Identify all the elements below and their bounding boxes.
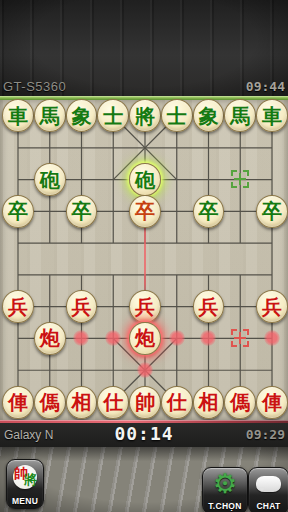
piece-c[interactable]: 砲 (34, 163, 66, 196)
piece-R[interactable]: 俥 (2, 386, 34, 419)
black-player-clock: 09:44 (246, 79, 285, 94)
xiangqi-app-screen: GT-S5360 09:44 車馬象士將士象馬車砲砲卒卒卒卒卒兵兵兵兵兵炮炮俥傌… (0, 0, 288, 512)
legal-move-dot[interactable] (264, 330, 280, 346)
piece-P[interactable]: 兵 (66, 290, 98, 323)
options-button-label: T.CHỌN (203, 501, 247, 511)
board-point[interactable] (224, 195, 256, 227)
board-point[interactable] (97, 132, 129, 164)
board-point[interactable] (161, 132, 193, 164)
board-point[interactable] (129, 227, 161, 259)
board-point[interactable] (2, 323, 34, 355)
board-point[interactable] (256, 259, 288, 291)
board-point[interactable]: 砲 (129, 164, 161, 196)
piece-r[interactable]: 車 (2, 99, 34, 132)
board-point[interactable] (97, 195, 129, 227)
board-point[interactable] (161, 195, 193, 227)
board-point[interactable]: 炮 (34, 323, 66, 355)
board-point[interactable] (224, 259, 256, 291)
board-point[interactable]: 馬 (34, 100, 66, 132)
board-point[interactable] (97, 291, 129, 323)
piece-K[interactable]: 帥 (129, 386, 161, 419)
piece-P[interactable]: 兵 (129, 290, 161, 323)
board-point[interactable]: 砲 (34, 164, 66, 196)
board-point[interactable] (224, 132, 256, 164)
last-move-reticle-green (231, 170, 249, 188)
board-point[interactable] (193, 132, 225, 164)
board-point[interactable]: 仕 (161, 386, 193, 418)
board-point[interactable] (256, 323, 288, 355)
piece-e[interactable]: 象 (66, 99, 98, 132)
board-point[interactable] (256, 227, 288, 259)
gear-icon: ⚙ (203, 467, 247, 501)
board-point[interactable] (97, 354, 129, 386)
board-point[interactable] (224, 323, 256, 355)
piece-p[interactable]: 卒 (129, 195, 161, 228)
board-point[interactable] (161, 164, 193, 196)
board-point[interactable] (161, 354, 193, 386)
menu-button[interactable]: 帥 將 MENU (6, 459, 44, 509)
board-point[interactable] (34, 354, 66, 386)
piece-H[interactable]: 傌 (34, 386, 66, 419)
board-point[interactable]: 俥 (2, 386, 34, 418)
board-point[interactable]: 士 (97, 100, 129, 132)
board-point[interactable] (193, 227, 225, 259)
board-point[interactable]: 卒 (129, 195, 161, 227)
board-point[interactable]: 卒 (193, 195, 225, 227)
board-point[interactable] (224, 291, 256, 323)
options-button[interactable]: ⚙ T.CHỌN (202, 467, 248, 512)
piece-A[interactable]: 仕 (161, 386, 193, 419)
board-point[interactable] (66, 227, 98, 259)
legal-move-dot[interactable] (169, 330, 185, 346)
last-move-reticle-red (231, 329, 249, 347)
board-point[interactable] (193, 323, 225, 355)
board-point[interactable] (34, 227, 66, 259)
board-point[interactable] (224, 354, 256, 386)
piece-E[interactable]: 相 (193, 386, 225, 419)
legal-move-dot[interactable] (105, 330, 121, 346)
xiangqi-board[interactable]: 車馬象士將士象馬車砲砲卒卒卒卒卒兵兵兵兵兵炮炮俥傌相仕帥仕相傌俥 (0, 100, 288, 420)
piece-p[interactable]: 卒 (256, 195, 288, 228)
chat-button-label: CHAT (249, 501, 288, 511)
chat-button[interactable]: CHAT (248, 467, 288, 512)
board-point[interactable]: 相 (193, 386, 225, 418)
board-point[interactable]: 象 (66, 100, 98, 132)
board-point[interactable]: 車 (2, 100, 34, 132)
board-point[interactable]: 兵 (2, 291, 34, 323)
board-point[interactable]: 兵 (129, 291, 161, 323)
piece-c[interactable]: 砲 (129, 163, 161, 196)
board-point[interactable] (34, 132, 66, 164)
board-point[interactable] (224, 164, 256, 196)
board-point[interactable] (193, 164, 225, 196)
move-timer: 00:14 (0, 423, 288, 444)
piece-P[interactable]: 兵 (256, 290, 288, 323)
board-point[interactable] (256, 354, 288, 386)
board-point[interactable]: 將 (129, 100, 161, 132)
legal-move-dot[interactable] (200, 330, 216, 346)
board-point[interactable] (66, 354, 98, 386)
legal-move-dot[interactable] (137, 362, 153, 378)
bottom-toolbar: 帥 將 MENU ⚙ T.CHỌN CHAT (0, 447, 288, 512)
board-point[interactable]: 相 (66, 386, 98, 418)
piece-p[interactable]: 卒 (66, 195, 98, 228)
board-point[interactable] (161, 259, 193, 291)
board-point[interactable] (256, 132, 288, 164)
board-point[interactable]: 象 (193, 100, 225, 132)
board-point[interactable]: 傌 (224, 386, 256, 418)
board-point[interactable]: 卒 (256, 195, 288, 227)
board-point[interactable] (256, 164, 288, 196)
board-point[interactable] (34, 259, 66, 291)
board-point[interactable]: 帥 (129, 386, 161, 418)
piece-a[interactable]: 士 (161, 99, 193, 132)
piece-p[interactable]: 卒 (193, 195, 225, 228)
board-point[interactable] (2, 227, 34, 259)
board-point[interactable] (34, 195, 66, 227)
board-point[interactable] (161, 291, 193, 323)
board-point[interactable] (97, 259, 129, 291)
board-point[interactable] (2, 164, 34, 196)
board-point[interactable] (97, 227, 129, 259)
legal-move-dot[interactable] (73, 330, 89, 346)
board-point[interactable] (224, 227, 256, 259)
board-point[interactable] (129, 259, 161, 291)
board-point[interactable]: 兵 (66, 291, 98, 323)
board-point[interactable]: 傌 (34, 386, 66, 418)
piece-r[interactable]: 車 (256, 99, 288, 132)
board-point[interactable] (66, 132, 98, 164)
board-point[interactable]: 馬 (224, 100, 256, 132)
board-point[interactable]: 兵 (193, 291, 225, 323)
piece-k[interactable]: 將 (129, 99, 161, 132)
piece-a[interactable]: 士 (97, 99, 129, 132)
piece-p[interactable]: 卒 (2, 195, 34, 228)
top-bar: GT-S5360 09:44 (0, 0, 288, 100)
board-point[interactable]: 卒 (2, 195, 34, 227)
piece-C[interactable]: 炮 (129, 322, 161, 355)
board-point[interactable] (161, 227, 193, 259)
xiangqi-pieces-icon: 帥 將 (13, 465, 37, 489)
board-point[interactable]: 仕 (97, 386, 129, 418)
menu-button-label: MENU (7, 496, 43, 506)
piece-C[interactable]: 炮 (34, 322, 66, 355)
piece-P[interactable]: 兵 (193, 290, 225, 323)
board-point[interactable]: 車 (256, 100, 288, 132)
piece-R[interactable]: 俥 (256, 386, 288, 419)
opponent-device-label: GT-S5360 (3, 79, 66, 94)
board-point[interactable] (66, 259, 98, 291)
red-player-clock: 09:29 (246, 427, 285, 442)
board-point[interactable] (2, 259, 34, 291)
piece-P[interactable]: 兵 (2, 290, 34, 323)
board-point[interactable] (97, 323, 129, 355)
bottom-bar: Galaxy N 00:14 09:29 (0, 420, 288, 447)
piece-e[interactable]: 象 (193, 99, 225, 132)
board-point[interactable] (97, 164, 129, 196)
board-points: 車馬象士將士象馬車砲砲卒卒卒卒卒兵兵兵兵兵炮炮俥傌相仕帥仕相傌俥 (2, 100, 288, 418)
speech-bubble-icon (256, 476, 281, 492)
board-point[interactable] (161, 323, 193, 355)
board-point[interactable] (2, 132, 34, 164)
board-point[interactable] (193, 259, 225, 291)
board-point[interactable]: 俥 (256, 386, 288, 418)
board-point[interactable]: 兵 (256, 291, 288, 323)
board-point[interactable] (129, 354, 161, 386)
piece-E[interactable]: 相 (66, 386, 98, 419)
piece-h[interactable]: 馬 (224, 99, 256, 132)
board-point[interactable]: 士 (161, 100, 193, 132)
board-point[interactable]: 卒 (66, 195, 98, 227)
board-point[interactable] (193, 354, 225, 386)
board-point[interactable] (66, 323, 98, 355)
piece-h[interactable]: 馬 (34, 99, 66, 132)
board-point[interactable] (2, 354, 34, 386)
board-point[interactable]: 炮 (129, 323, 161, 355)
board-point[interactable] (129, 132, 161, 164)
piece-A[interactable]: 仕 (97, 386, 129, 419)
board-point[interactable] (66, 164, 98, 196)
piece-H[interactable]: 傌 (224, 386, 256, 419)
board-point[interactable] (34, 291, 66, 323)
